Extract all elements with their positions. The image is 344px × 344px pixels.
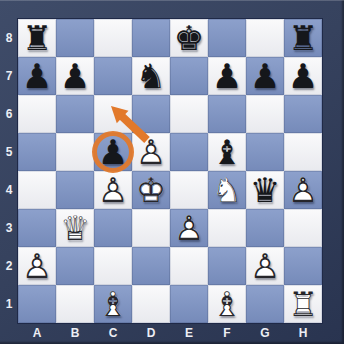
square-f8[interactable] (208, 19, 246, 57)
piece-black-king-e8[interactable]: ♚ (170, 19, 208, 57)
white-pawn-glyph: ♟ (246, 249, 284, 283)
piece-white-pawn-h4[interactable]: ♟♙ (284, 171, 322, 209)
rank-label-4: 4 (0, 171, 18, 209)
square-d8[interactable] (132, 19, 170, 57)
file-label-H: H (284, 323, 322, 344)
piece-white-pawn-e3[interactable]: ♟♙ (170, 209, 208, 247)
white-pawn-glyph: ♟ (132, 135, 170, 169)
file-label-D: D (132, 323, 170, 344)
rank-label-3: 3 (0, 209, 18, 247)
square-g1[interactable] (246, 285, 284, 323)
piece-black-pawn-c5[interactable]: ♟ (94, 133, 132, 171)
white-rook-outline-glyph: ♖ (284, 287, 322, 321)
square-f3[interactable] (208, 209, 246, 247)
rank-label-2: 2 (0, 247, 18, 285)
white-rook-glyph: ♜ (284, 287, 322, 321)
square-a6[interactable] (18, 95, 56, 133)
square-b4[interactable] (56, 171, 94, 209)
square-h5[interactable] (284, 133, 322, 171)
square-d1[interactable] (132, 285, 170, 323)
square-h3[interactable] (284, 209, 322, 247)
piece-black-pawn-b7[interactable]: ♟ (56, 57, 94, 95)
square-d7[interactable]: ♞ (132, 57, 170, 95)
square-d5[interactable]: ♟♙ (132, 133, 170, 171)
square-b5[interactable] (56, 133, 94, 171)
square-h7[interactable]: ♟ (284, 57, 322, 95)
square-c3[interactable] (94, 209, 132, 247)
white-king-glyph: ♚ (132, 173, 170, 207)
piece-white-pawn-g2[interactable]: ♟♙ (246, 247, 284, 285)
piece-black-pawn-a7[interactable]: ♟ (18, 57, 56, 95)
piece-black-rook-h8[interactable]: ♜ (284, 19, 322, 57)
square-g6[interactable] (246, 95, 284, 133)
black-queen-glyph: ♛ (246, 173, 284, 207)
black-pawn-glyph: ♟ (246, 59, 284, 93)
square-d2[interactable] (132, 247, 170, 285)
square-e6[interactable] (170, 95, 208, 133)
square-d3[interactable] (132, 209, 170, 247)
square-a4[interactable] (18, 171, 56, 209)
black-knight-glyph: ♞ (132, 59, 170, 93)
square-g2[interactable]: ♟♙ (246, 247, 284, 285)
square-c8[interactable] (94, 19, 132, 57)
square-d6[interactable] (132, 95, 170, 133)
square-g3[interactable] (246, 209, 284, 247)
square-c4[interactable]: ♟♙ (94, 171, 132, 209)
square-c2[interactable] (94, 247, 132, 285)
black-king-glyph: ♚ (170, 21, 208, 55)
white-pawn-outline-glyph: ♙ (246, 249, 284, 283)
file-label-E: E (170, 323, 208, 344)
piece-white-queen-b3[interactable]: ♛♕ (56, 209, 94, 247)
black-pawn-glyph: ♟ (18, 59, 56, 93)
square-e4[interactable] (170, 171, 208, 209)
piece-black-pawn-h7[interactable]: ♟ (284, 57, 322, 95)
square-e5[interactable] (170, 133, 208, 171)
square-g8[interactable] (246, 19, 284, 57)
file-label-G: G (246, 323, 284, 344)
square-a3[interactable] (18, 209, 56, 247)
square-h8[interactable]: ♜ (284, 19, 322, 57)
white-pawn-glyph: ♟ (170, 211, 208, 245)
square-g7[interactable]: ♟ (246, 57, 284, 95)
rank-label-8: 8 (0, 19, 18, 57)
square-g5[interactable] (246, 133, 284, 171)
file-label-A: A (18, 323, 56, 344)
square-h6[interactable] (284, 95, 322, 133)
white-king-outline-glyph: ♔ (132, 173, 170, 207)
rank-label-5: 5 (0, 133, 18, 171)
piece-white-rook-h1[interactable]: ♜♖ (284, 285, 322, 323)
file-label-C: C (94, 323, 132, 344)
white-bishop-glyph: ♝ (94, 287, 132, 321)
square-e1[interactable] (170, 285, 208, 323)
black-pawn-glyph: ♟ (284, 59, 322, 93)
white-queen-outline-glyph: ♕ (56, 211, 94, 245)
square-b6[interactable] (56, 95, 94, 133)
white-pawn-outline-glyph: ♙ (284, 173, 322, 207)
piece-white-pawn-c4[interactable]: ♟♙ (94, 171, 132, 209)
square-e8[interactable]: ♚ (170, 19, 208, 57)
piece-white-pawn-d5[interactable]: ♟♙ (132, 133, 170, 171)
square-b7[interactable]: ♟ (56, 57, 94, 95)
square-b2[interactable] (56, 247, 94, 285)
square-c5[interactable]: ♟ (94, 133, 132, 171)
white-pawn-outline-glyph: ♙ (132, 135, 170, 169)
square-f1[interactable]: ♝♗ (208, 285, 246, 323)
square-g4[interactable]: ♛ (246, 171, 284, 209)
white-bishop-outline-glyph: ♗ (208, 287, 246, 321)
square-a8[interactable]: ♜ (18, 19, 56, 57)
piece-black-queen-g4[interactable]: ♛ (246, 171, 284, 209)
file-label-B: B (56, 323, 94, 344)
piece-black-bishop-f5[interactable]: ♝ (208, 133, 246, 171)
piece-black-knight-d7[interactable]: ♞ (132, 57, 170, 95)
white-pawn-glyph: ♟ (284, 173, 322, 207)
square-e2[interactable] (170, 247, 208, 285)
piece-white-king-d4[interactable]: ♚♔ (132, 171, 170, 209)
white-knight-glyph: ♞ (208, 173, 246, 207)
rank-label-6: 6 (0, 95, 18, 133)
black-pawn-glyph: ♟ (56, 59, 94, 93)
white-bishop-outline-glyph: ♗ (94, 287, 132, 321)
white-pawn-outline-glyph: ♙ (170, 211, 208, 245)
square-h1[interactable]: ♜♖ (284, 285, 322, 323)
square-e3[interactable]: ♟♙ (170, 209, 208, 247)
square-h4[interactable]: ♟♙ (284, 171, 322, 209)
square-f5[interactable]: ♝ (208, 133, 246, 171)
white-pawn-outline-glyph: ♙ (18, 249, 56, 283)
square-a5[interactable] (18, 133, 56, 171)
square-a1[interactable] (18, 285, 56, 323)
square-c7[interactable] (94, 57, 132, 95)
piece-white-pawn-a2[interactable]: ♟♙ (18, 247, 56, 285)
black-pawn-glyph: ♟ (94, 135, 132, 169)
piece-white-bishop-c1[interactable]: ♝♗ (94, 285, 132, 323)
square-d4[interactable]: ♚♔ (132, 171, 170, 209)
piece-black-pawn-g7[interactable]: ♟ (246, 57, 284, 95)
white-queen-glyph: ♛ (56, 211, 94, 245)
square-f4[interactable]: ♞♘ (208, 171, 246, 209)
rank-label-1: 1 (0, 285, 18, 323)
chess-diagram: 87654321 ABCDEFGH ♜♚♜♟♟♞♟♟♟♟♟♙♝♟♙♚♔♞♘♛♟♙… (0, 0, 344, 344)
black-rook-glyph: ♜ (18, 21, 56, 55)
white-knight-outline-glyph: ♘ (208, 173, 246, 207)
piece-black-rook-a8[interactable]: ♜ (18, 19, 56, 57)
black-pawn-glyph: ♟ (208, 59, 246, 93)
file-label-F: F (208, 323, 246, 344)
square-a7[interactable]: ♟ (18, 57, 56, 95)
square-f6[interactable] (208, 95, 246, 133)
square-b3[interactable]: ♛♕ (56, 209, 94, 247)
black-rook-glyph: ♜ (284, 21, 322, 55)
piece-black-pawn-f7[interactable]: ♟ (208, 57, 246, 95)
square-h2[interactable] (284, 247, 322, 285)
piece-white-bishop-f1[interactable]: ♝♗ (208, 285, 246, 323)
square-a2[interactable]: ♟♙ (18, 247, 56, 285)
square-e7[interactable] (170, 57, 208, 95)
piece-white-knight-f4[interactable]: ♞♘ (208, 171, 246, 209)
square-b1[interactable] (56, 285, 94, 323)
white-pawn-glyph: ♟ (18, 249, 56, 283)
square-c1[interactable]: ♝♗ (94, 285, 132, 323)
black-bishop-glyph: ♝ (208, 135, 246, 169)
square-f7[interactable]: ♟ (208, 57, 246, 95)
square-b8[interactable] (56, 19, 94, 57)
board: ♜♚♜♟♟♞♟♟♟♟♟♙♝♟♙♚♔♞♘♛♟♙♛♕♟♙♟♙♟♙♝♗♝♗♜♖ (18, 19, 322, 323)
white-pawn-outline-glyph: ♙ (94, 173, 132, 207)
white-pawn-glyph: ♟ (94, 173, 132, 207)
white-bishop-glyph: ♝ (208, 287, 246, 321)
square-f2[interactable] (208, 247, 246, 285)
rank-label-7: 7 (0, 57, 18, 95)
square-c6[interactable] (94, 95, 132, 133)
